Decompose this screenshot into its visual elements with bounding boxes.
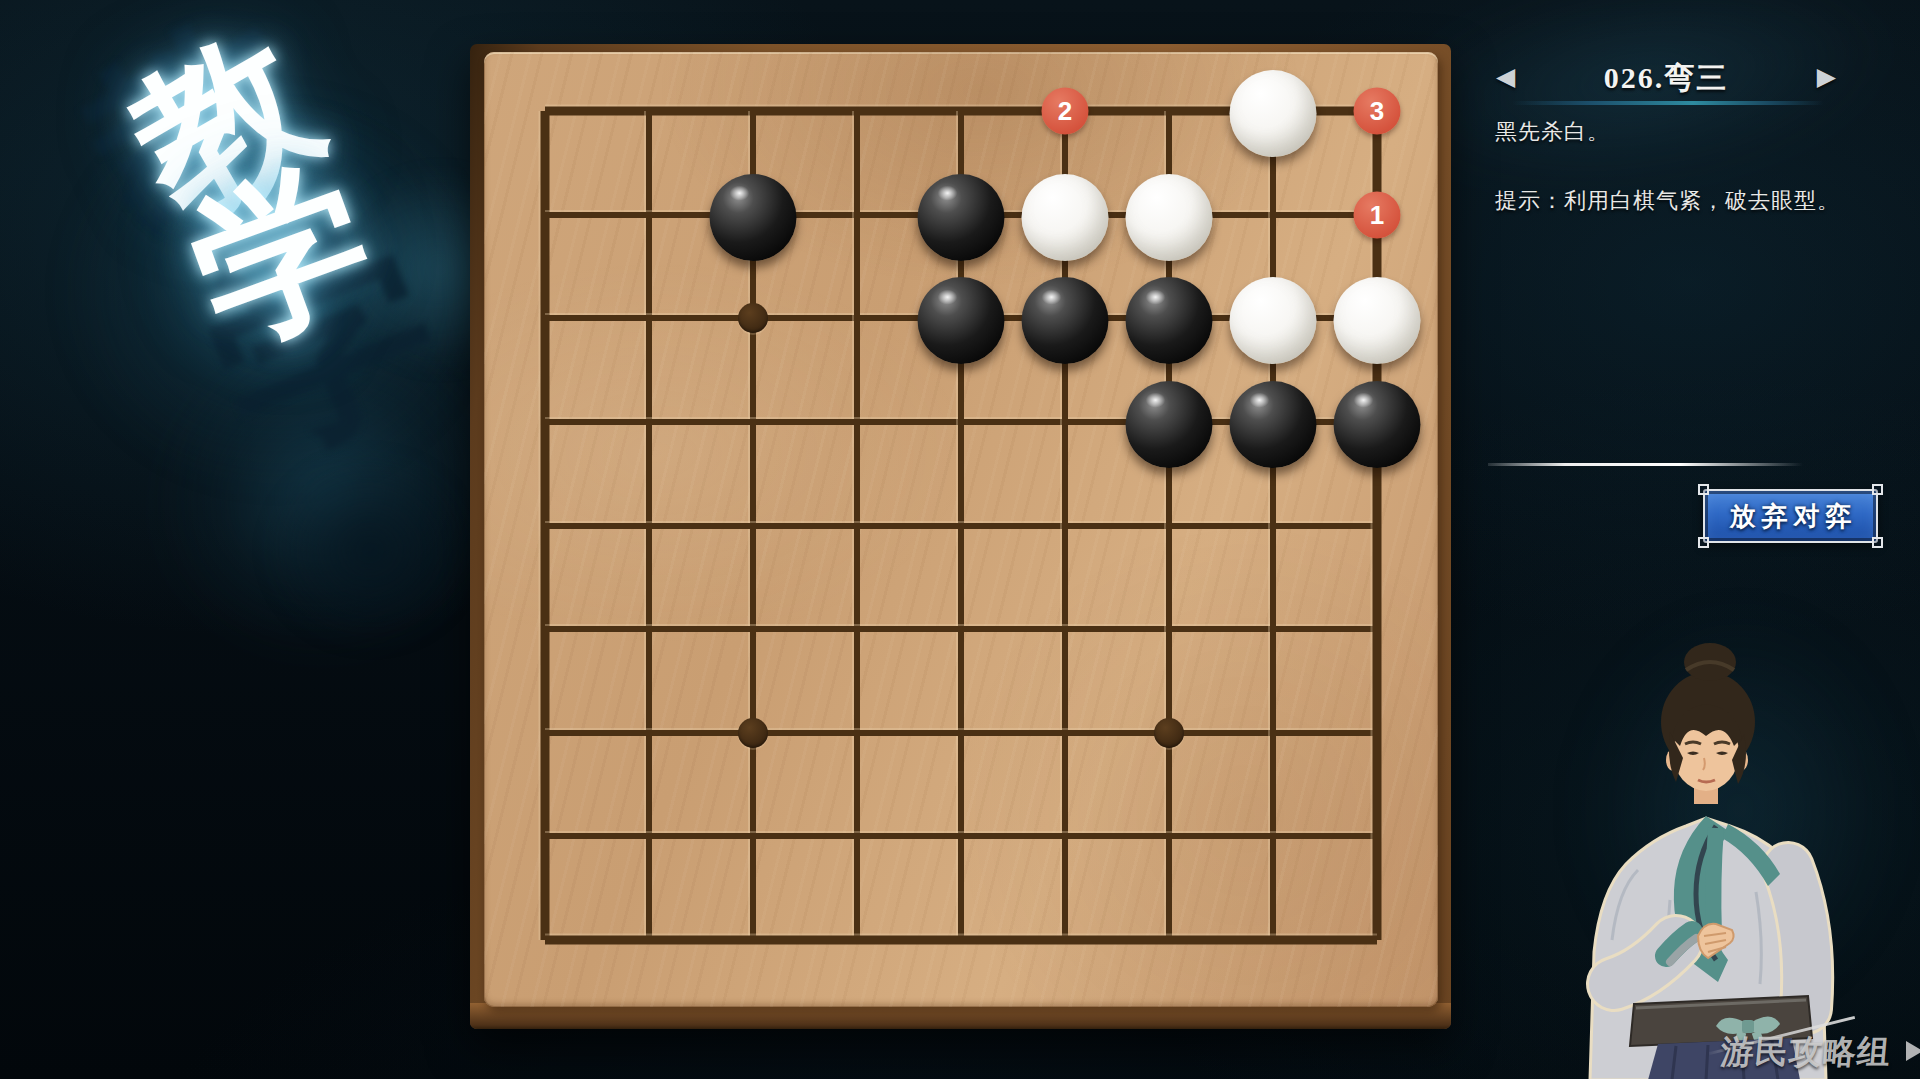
watermark-logo: 游民攻略组 [1693,1020,1920,1076]
black-stone [1126,381,1213,468]
grid-line-vertical [1270,111,1276,940]
grid-line-horizontal [545,730,1377,736]
banner-ink-shadow: 学 [183,198,463,478]
white-stone [1022,174,1109,261]
tutor-character-illustration [1520,640,1920,1079]
star-point [738,718,768,748]
ink-smoke-art [60,90,490,490]
black-stone [918,174,1005,261]
grid-line-horizontal [545,833,1377,839]
star-point [1154,718,1184,748]
frame-corner [1698,484,1709,495]
next-puzzle-button[interactable]: ▶ [1817,62,1836,91]
grid-line-horizontal [545,523,1377,529]
puzzle-nav: ◀ 026.弯三 ▶ [1494,60,1838,96]
black-stone [1126,277,1213,364]
frame-corner [1872,484,1883,495]
frame-corner [1872,537,1883,548]
title-underline [1512,101,1824,105]
puzzle-objective: 黑先杀白。 [1495,117,1610,147]
puzzle-hint: 提示：利用白棋气紧，破去眼型。 [1495,186,1895,216]
board-face: 123 [484,52,1438,1007]
banner-glyph: 学 [172,144,390,362]
white-stone [1230,277,1317,364]
black-stone [1230,381,1317,468]
black-stone [710,174,797,261]
go-board: 123 [470,44,1451,1029]
watermark-text: 游民攻略组 [1719,1030,1893,1075]
give-up-label: 放弃对弈 [1724,499,1858,534]
white-stone [1126,174,1213,261]
star-point [738,303,768,333]
black-stone [1334,381,1421,468]
black-stone [918,277,1005,364]
section-divider [1488,463,1838,466]
grid-line-horizontal [545,936,1377,945]
white-stone [1230,70,1317,157]
move-marker-1: 1 [1354,191,1401,238]
move-marker-3: 3 [1354,88,1401,135]
black-stone [1022,277,1109,364]
go-grid[interactable]: 123 [545,111,1377,940]
play-triangle-icon [1906,1041,1920,1061]
frame-corner [1698,537,1709,548]
move-marker-2: 2 [1042,88,1089,135]
grid-line-horizontal [545,626,1377,632]
game-screen: 教 学 教 学 123 ◀ 026.弯三 ▶ 黑先杀白。 提示：利用白棋气紧，破… [0,0,1920,1079]
white-stone [1334,277,1421,364]
puzzle-title: 026.弯三 [1494,60,1838,96]
banner-glyph: 教 [107,7,339,239]
banner-ink-shadow: 教 [54,0,350,274]
give-up-button[interactable]: 放弃对弈 [1703,489,1878,543]
ink-smoke-art [240,430,500,670]
